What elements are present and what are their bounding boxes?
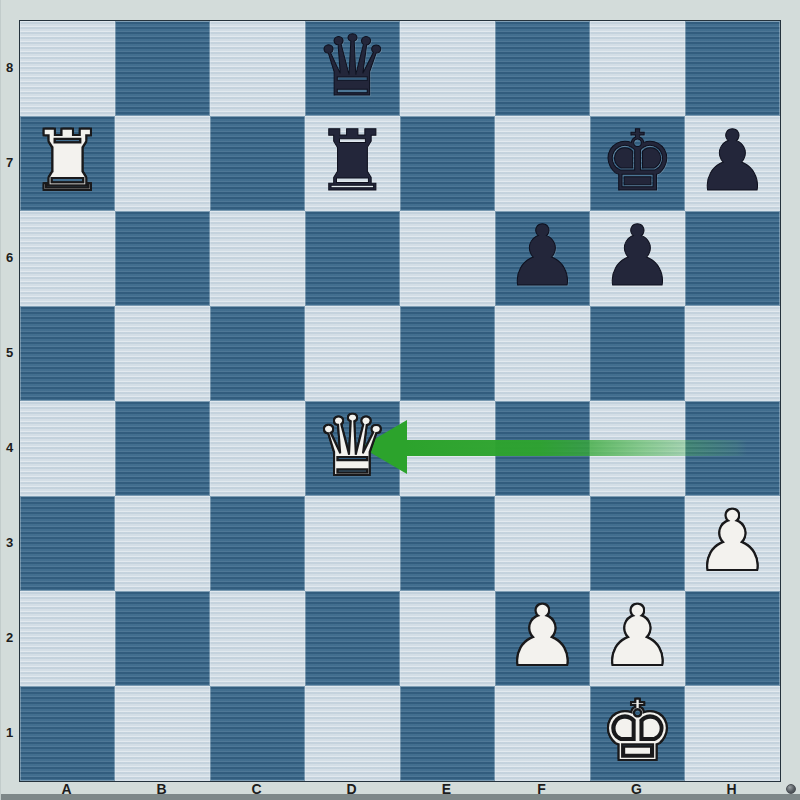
white-queen-d4: ♛ [315,404,390,488]
square-a6[interactable] [20,211,115,306]
square-h6[interactable] [685,211,780,306]
square-d2[interactable] [305,591,400,686]
square-e8[interactable] [400,21,495,116]
square-b7[interactable] [115,116,210,211]
white-pawn-g2: ♟ [600,594,675,678]
square-h8[interactable] [685,21,780,116]
square-h2[interactable] [685,591,780,686]
rank-label-8: 8 [1,20,18,115]
file-label-e: E [399,781,494,797]
square-d8[interactable]: ♛ [305,21,400,116]
white-pawn-h3: ♟ [695,499,770,583]
rank-label-2: 2 [1,590,18,685]
rank-label-1: 1 [1,685,18,780]
square-h7[interactable]: ♟ [685,116,780,211]
square-e2[interactable] [400,591,495,686]
square-c6[interactable] [210,211,305,306]
move-arrow-body [403,440,747,456]
square-e1[interactable] [400,686,495,781]
square-e3[interactable] [400,496,495,591]
square-d7[interactable]: ♜ [305,116,400,211]
square-g5[interactable] [590,306,685,401]
square-c3[interactable] [210,496,305,591]
square-a3[interactable] [20,496,115,591]
square-a7[interactable]: ♜ [20,116,115,211]
square-c5[interactable] [210,306,305,401]
square-a2[interactable] [20,591,115,686]
square-c2[interactable] [210,591,305,686]
square-f3[interactable] [495,496,590,591]
square-c7[interactable] [210,116,305,211]
square-h3[interactable]: ♟ [685,496,780,591]
square-f7[interactable] [495,116,590,211]
rank-label-7: 7 [1,115,18,210]
square-e5[interactable] [400,306,495,401]
white-king-g1: ♚ [600,689,675,773]
square-c1[interactable] [210,686,305,781]
corner-handle-dot [786,784,796,794]
white-pawn-f2: ♟ [505,594,580,678]
square-b3[interactable] [115,496,210,591]
square-c8[interactable] [210,21,305,116]
square-g1[interactable]: ♚ [590,686,685,781]
rank-label-3: 3 [1,495,18,590]
square-b5[interactable] [115,306,210,401]
square-c4[interactable] [210,401,305,496]
file-label-h: H [684,781,779,797]
square-g3[interactable] [590,496,685,591]
black-pawn-h7: ♟ [695,119,770,203]
square-f1[interactable] [495,686,590,781]
black-pawn-f6: ♟ [505,214,580,298]
white-rook-a7: ♜ [30,119,105,203]
square-h1[interactable] [685,686,780,781]
chess-board: ♛♜♜♚♟♟♟♛♟♟♟♚ [19,20,781,782]
file-label-c: C [209,781,304,797]
square-g6[interactable]: ♟ [590,211,685,306]
square-b6[interactable] [115,211,210,306]
square-f2[interactable]: ♟ [495,591,590,686]
file-label-b: B [114,781,209,797]
square-f6[interactable]: ♟ [495,211,590,306]
square-e6[interactable] [400,211,495,306]
square-b4[interactable] [115,401,210,496]
square-f8[interactable] [495,21,590,116]
black-queen-d8: ♛ [315,24,390,108]
square-d3[interactable] [305,496,400,591]
square-b1[interactable] [115,686,210,781]
square-f5[interactable] [495,306,590,401]
square-g8[interactable] [590,21,685,116]
file-label-g: G [589,781,684,797]
square-g7[interactable]: ♚ [590,116,685,211]
square-b8[interactable] [115,21,210,116]
square-d4[interactable]: ♛ [305,401,400,496]
black-pawn-g6: ♟ [600,214,675,298]
file-label-d: D [304,781,399,797]
black-king-g7: ♚ [600,119,675,203]
file-label-f: F [494,781,589,797]
file-labels: ABCDEFGH [19,781,779,794]
square-d1[interactable] [305,686,400,781]
rank-label-4: 4 [1,400,18,495]
square-h5[interactable] [685,306,780,401]
chess-diagram: 87654321 ♛♜♜♚♟♟♟♛♟♟♟♚ ABCDEFGH [0,0,800,800]
square-b2[interactable] [115,591,210,686]
square-d5[interactable] [305,306,400,401]
square-a1[interactable] [20,686,115,781]
square-a5[interactable] [20,306,115,401]
square-a4[interactable] [20,401,115,496]
square-d6[interactable] [305,211,400,306]
square-e7[interactable] [400,116,495,211]
square-a8[interactable] [20,21,115,116]
black-rook-d7: ♜ [315,119,390,203]
rank-label-6: 6 [1,210,18,305]
rank-labels: 87654321 [1,20,19,780]
square-g2[interactable]: ♟ [590,591,685,686]
rank-label-5: 5 [1,305,18,400]
file-label-a: A [19,781,114,797]
